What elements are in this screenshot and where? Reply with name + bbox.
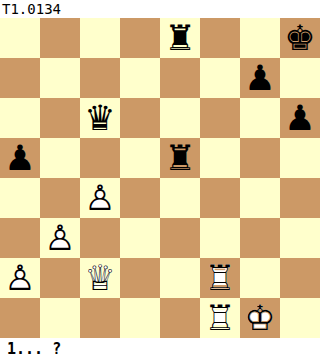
square-a2[interactable]: ♟♙ [0,258,40,298]
black-king-piece: ♚ [284,18,315,58]
square-g5[interactable] [240,138,280,178]
square-e8[interactable]: ♜ [160,18,200,58]
square-h3[interactable] [280,218,320,258]
square-d8[interactable] [120,18,160,58]
square-g8[interactable] [240,18,280,58]
square-g2[interactable] [240,258,280,298]
square-f7[interactable] [200,58,240,98]
square-c7[interactable] [80,58,120,98]
square-a1[interactable] [0,298,40,338]
white-pawn-piece: ♟♙ [4,258,35,298]
black-rook-piece: ♜ [164,18,195,58]
square-c5[interactable] [80,138,120,178]
square-h5[interactable] [280,138,320,178]
square-f3[interactable] [200,218,240,258]
white-pawn-piece: ♟♙ [44,218,75,258]
square-e6[interactable] [160,98,200,138]
square-e5[interactable]: ♜ [160,138,200,178]
square-f4[interactable] [200,178,240,218]
square-d4[interactable] [120,178,160,218]
chess-puzzle-app: T1.0134 ♜♚♟♛♟♟♜♟♙♟♙♟♙♛♕♜♖♜♖♚♔ 1... ? [0,0,320,360]
move-prompt: 1... ? [0,338,320,360]
square-h8[interactable]: ♚ [280,18,320,58]
square-b5[interactable] [40,138,80,178]
square-e3[interactable] [160,218,200,258]
black-pawn-piece: ♟ [284,98,315,138]
square-a5[interactable]: ♟ [0,138,40,178]
black-pawn-piece: ♟ [4,138,35,178]
black-queen-piece: ♛ [84,98,115,138]
square-g1[interactable]: ♚♔ [240,298,280,338]
square-d7[interactable] [120,58,160,98]
square-d3[interactable] [120,218,160,258]
square-g6[interactable] [240,98,280,138]
square-b7[interactable] [40,58,80,98]
puzzle-id: T1.0134 [0,0,320,18]
square-c4[interactable]: ♟♙ [80,178,120,218]
square-a6[interactable] [0,98,40,138]
black-rook-piece: ♜ [164,138,195,178]
square-c3[interactable] [80,218,120,258]
square-e2[interactable] [160,258,200,298]
square-c1[interactable] [80,298,120,338]
square-d2[interactable] [120,258,160,298]
square-f5[interactable] [200,138,240,178]
square-e7[interactable] [160,58,200,98]
black-pawn-piece: ♟ [244,58,275,98]
square-h7[interactable] [280,58,320,98]
square-d1[interactable] [120,298,160,338]
square-b4[interactable] [40,178,80,218]
square-h6[interactable]: ♟ [280,98,320,138]
square-f6[interactable] [200,98,240,138]
square-c8[interactable] [80,18,120,58]
square-b3[interactable]: ♟♙ [40,218,80,258]
square-e1[interactable] [160,298,200,338]
white-pawn-piece: ♟♙ [84,178,115,218]
square-d6[interactable] [120,98,160,138]
square-a8[interactable] [0,18,40,58]
square-c2[interactable]: ♛♕ [80,258,120,298]
square-b2[interactable] [40,258,80,298]
square-a3[interactable] [0,218,40,258]
square-h2[interactable] [280,258,320,298]
square-g4[interactable] [240,178,280,218]
white-rook-piece: ♜♖ [204,258,235,298]
square-b8[interactable] [40,18,80,58]
square-h4[interactable] [280,178,320,218]
square-f8[interactable] [200,18,240,58]
white-queen-piece: ♛♕ [84,258,115,298]
square-d5[interactable] [120,138,160,178]
square-b1[interactable] [40,298,80,338]
square-g3[interactable] [240,218,280,258]
square-a7[interactable] [0,58,40,98]
square-c6[interactable]: ♛ [80,98,120,138]
chess-board: ♜♚♟♛♟♟♜♟♙♟♙♟♙♛♕♜♖♜♖♚♔ [0,18,320,338]
square-e4[interactable] [160,178,200,218]
square-f1[interactable]: ♜♖ [200,298,240,338]
square-a4[interactable] [0,178,40,218]
square-f2[interactable]: ♜♖ [200,258,240,298]
square-h1[interactable] [280,298,320,338]
square-g7[interactable]: ♟ [240,58,280,98]
white-king-piece: ♚♔ [244,298,275,338]
square-b6[interactable] [40,98,80,138]
white-rook-piece: ♜♖ [204,298,235,338]
